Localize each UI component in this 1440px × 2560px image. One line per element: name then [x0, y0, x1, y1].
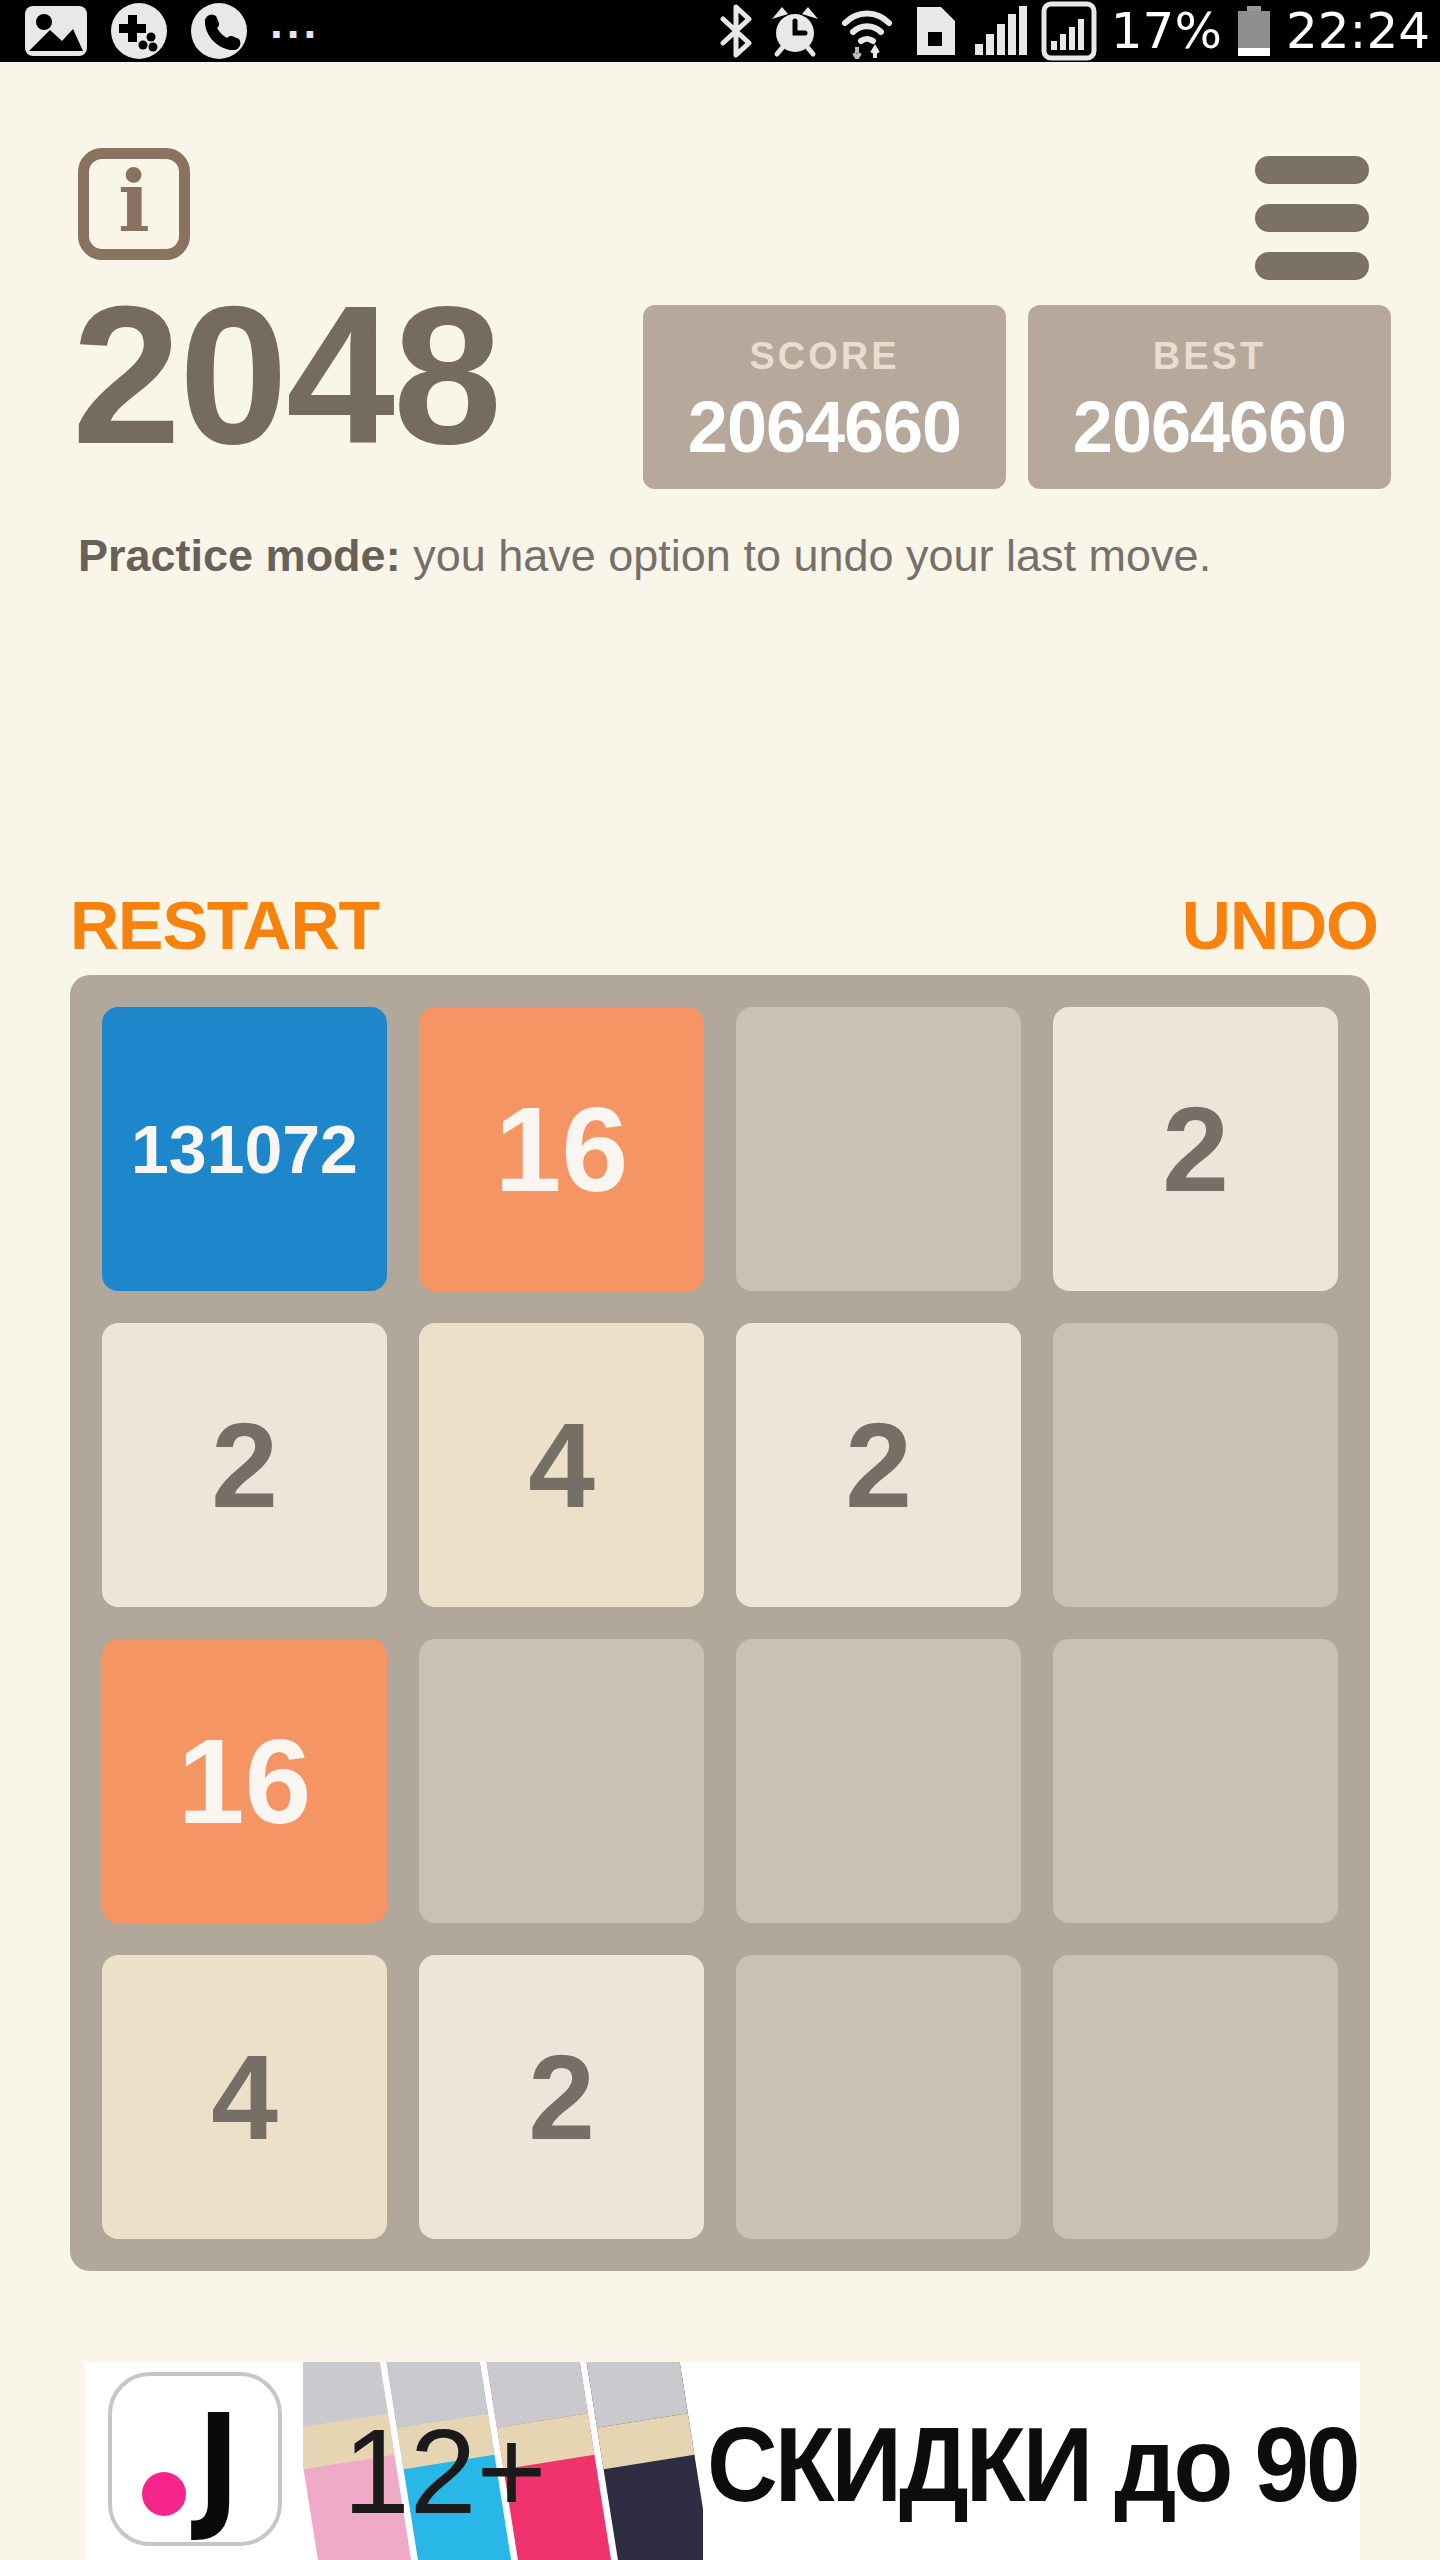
hamburger-icon — [1255, 156, 1369, 184]
info-button[interactable]: i — [78, 148, 190, 260]
more-notifications-ellipsis: ... — [270, 12, 320, 32]
empty-cell — [736, 1007, 1021, 1291]
sim-icon — [911, 4, 961, 58]
battery-icon — [1238, 6, 1270, 56]
ad-age-rating: 12+ — [343, 2402, 547, 2540]
status-bar-notifications: ... — [24, 0, 320, 62]
score-box: SCORE 2064660 — [643, 305, 1006, 489]
score-label: SCORE — [643, 335, 1006, 378]
bluetooth-icon — [719, 4, 753, 58]
roaming-signal-icon — [1041, 1, 1097, 61]
best-value: 2064660 — [1028, 386, 1391, 468]
restart-button[interactable]: RESTART — [70, 886, 379, 964]
tile-2: 2 — [419, 1955, 704, 2239]
alarm-icon — [767, 3, 823, 59]
empty-cell — [736, 1639, 1021, 1923]
phone-icon — [190, 2, 248, 60]
score-value: 2064660 — [643, 386, 1006, 468]
game-icon — [110, 2, 168, 60]
undo-button[interactable]: UNDO — [1182, 886, 1378, 964]
best-label: BEST — [1028, 335, 1391, 378]
tile-2: 2 — [1053, 1007, 1338, 1291]
empty-cell — [419, 1639, 704, 1923]
ad-banner[interactable]: J 12+ СКИДКИ до 90% — [85, 2362, 1360, 2560]
best-box: BEST 2064660 — [1028, 305, 1391, 489]
tile-131072: 131072 — [102, 1007, 387, 1291]
empty-cell — [1053, 1955, 1338, 2239]
empty-cell — [1053, 1323, 1338, 1607]
practice-mode-note: Practice mode: you have option to undo y… — [78, 530, 1211, 582]
info-icon: i — [118, 160, 150, 244]
practice-mode-text: you have option to undo your last move. — [401, 530, 1212, 581]
screen: ... — [0, 0, 1440, 2560]
wifi-icon — [837, 3, 897, 59]
empty-cell — [1053, 1639, 1338, 1923]
board-grid[interactable]: 1310721622421642 — [70, 975, 1370, 2271]
tile-16: 16 — [419, 1007, 704, 1291]
menu-button[interactable] — [1255, 156, 1369, 280]
brand-letter: J — [197, 2384, 239, 2545]
signal-icon — [975, 4, 1027, 58]
brand-dot — [142, 2472, 186, 2516]
tile-16: 16 — [102, 1639, 387, 1923]
tile-2: 2 — [736, 1323, 1021, 1607]
status-bar: ... — [0, 0, 1440, 62]
tile-4: 4 — [419, 1323, 704, 1607]
page-title: 2048 — [72, 278, 500, 474]
tile-2: 2 — [102, 1323, 387, 1607]
battery-percent: 17% — [1111, 2, 1222, 60]
status-bar-system: 17% 22:24 — [719, 0, 1430, 62]
ad-headline: СКИДКИ до 90% — [707, 2403, 1347, 2525]
empty-cell — [736, 1955, 1021, 2239]
gallery-icon — [24, 5, 88, 57]
tile-4: 4 — [102, 1955, 387, 2239]
clock: 22:24 — [1286, 2, 1430, 60]
practice-mode-label: Practice mode: — [78, 530, 401, 581]
ad-brand-logo: J — [108, 2372, 282, 2546]
